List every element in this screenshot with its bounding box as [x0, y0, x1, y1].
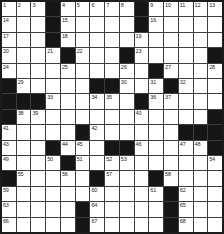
cell-r5c5[interactable]: 25	[61, 64, 75, 78]
clue-number-15: 15	[62, 17, 68, 23]
cell-r7c7[interactable]: 34	[90, 94, 104, 108]
cell-r8c14[interactable]	[194, 110, 208, 124]
cell-r11c6[interactable]: 51	[76, 156, 90, 170]
cell-r6c2[interactable]: 29	[17, 79, 31, 93]
cell-r11c2[interactable]	[17, 156, 31, 170]
cell-r11c12[interactable]	[164, 156, 178, 170]
cell-r11c10[interactable]	[135, 156, 149, 170]
cell-r13c14[interactable]	[194, 187, 208, 201]
black-cell-r2c4	[46, 17, 60, 31]
cell-r13c5[interactable]	[61, 187, 75, 201]
clue-number-40: 40	[136, 110, 142, 116]
black-cell-r14c6	[76, 202, 90, 216]
black-cell-r15c6	[76, 218, 90, 232]
clue-number-53: 53	[121, 156, 127, 162]
cell-r4c13[interactable]	[179, 48, 193, 62]
cell-r12c9[interactable]	[120, 171, 134, 185]
cell-r4c2[interactable]	[17, 48, 31, 62]
cell-r1c14[interactable]: 12	[194, 2, 208, 16]
clue-number-21: 21	[47, 48, 53, 54]
cell-r7c6[interactable]	[76, 94, 90, 108]
cell-r10c1[interactable]: 43	[2, 141, 16, 155]
clue-number-54: 54	[209, 156, 215, 162]
cell-r15c2[interactable]	[17, 218, 31, 232]
cell-r8c12[interactable]	[164, 110, 178, 124]
clue-number-12: 12	[195, 2, 201, 8]
cell-r5c14[interactable]	[194, 64, 208, 78]
cell-r5c4[interactable]	[46, 64, 60, 78]
clue-number-65: 65	[180, 202, 186, 208]
clue-number-17: 17	[3, 33, 9, 39]
cell-r8c3[interactable]: 39	[31, 110, 45, 124]
black-cell-r14c12	[164, 202, 178, 216]
cell-r15c11[interactable]	[149, 218, 163, 232]
cell-r11c11[interactable]	[149, 156, 163, 170]
clue-number-27: 27	[165, 64, 171, 70]
cell-r12c6[interactable]	[76, 171, 90, 185]
cell-r5c6[interactable]	[76, 64, 90, 78]
cell-r13c15[interactable]	[208, 187, 222, 201]
cell-r2c9[interactable]	[120, 17, 134, 31]
cell-r3c2[interactable]	[17, 33, 31, 47]
clue-number-1: 1	[3, 2, 6, 8]
cell-r13c13[interactable]: 62	[179, 187, 193, 201]
black-cell-r4c9	[120, 48, 134, 62]
cell-r13c2[interactable]	[17, 187, 31, 201]
cell-r7c13[interactable]	[179, 94, 193, 108]
cell-r13c11[interactable]: 61	[149, 187, 163, 201]
cell-r4c6[interactable]: 22	[76, 48, 90, 62]
cell-r3c11[interactable]	[149, 33, 163, 47]
cell-r12c8[interactable]: 57	[105, 171, 119, 185]
cell-r1c8[interactable]: 7	[105, 2, 119, 16]
cell-r1c13[interactable]: 11	[179, 2, 193, 16]
cell-r14c5[interactable]	[61, 202, 75, 216]
cell-r12c10[interactable]	[135, 171, 149, 185]
cell-r2c6[interactable]	[76, 17, 90, 31]
clue-number-48: 48	[195, 141, 201, 147]
clue-number-63: 63	[3, 202, 9, 208]
black-cell-r9c15	[208, 125, 222, 139]
clue-number-28: 28	[209, 64, 215, 70]
clue-number-64: 64	[91, 202, 97, 208]
black-cell-r12c7	[90, 171, 104, 185]
clue-number-46: 46	[136, 141, 142, 147]
cell-r13c3[interactable]	[31, 187, 45, 201]
cell-r8c7[interactable]	[90, 110, 104, 124]
cell-r3c7[interactable]	[90, 33, 104, 47]
clue-number-23: 23	[136, 48, 142, 54]
black-cell-r12c11	[149, 171, 163, 185]
cell-r7c14[interactable]	[194, 94, 208, 108]
cell-r12c14[interactable]	[194, 171, 208, 185]
cell-r7c8[interactable]: 35	[105, 94, 119, 108]
cell-r1c1[interactable]: 1	[2, 2, 16, 16]
cell-r7c4[interactable]: 33	[46, 94, 60, 108]
cell-r8c4[interactable]	[46, 110, 60, 124]
clue-number-32: 32	[180, 79, 186, 85]
clue-number-11: 11	[180, 2, 185, 8]
cell-r14c4[interactable]	[46, 202, 60, 216]
clue-number-47: 47	[180, 141, 186, 147]
clue-number-57: 57	[106, 171, 112, 177]
cell-r12c13[interactable]	[179, 171, 193, 185]
cell-r12c12[interactable]: 58	[164, 171, 178, 185]
clue-number-10: 10	[165, 2, 171, 8]
clue-number-44: 44	[62, 141, 68, 147]
cell-r15c1[interactable]: 66	[2, 218, 16, 232]
cell-r8c8[interactable]	[105, 110, 119, 124]
cell-r12c15[interactable]	[208, 171, 222, 185]
cell-r14c2[interactable]	[17, 202, 31, 216]
cell-r10c5[interactable]: 44	[61, 141, 75, 155]
cell-r4c1[interactable]: 20	[2, 48, 16, 62]
clue-number-26: 26	[121, 64, 127, 70]
cell-r12c4[interactable]	[46, 171, 60, 185]
cell-r10c2[interactable]	[17, 141, 31, 155]
cell-r9c4[interactable]	[46, 125, 60, 139]
cell-r6c14[interactable]	[194, 79, 208, 93]
cell-r2c15[interactable]	[208, 17, 222, 31]
clue-number-66: 66	[3, 218, 9, 224]
cell-r10c11[interactable]	[149, 141, 163, 155]
cell-r10c6[interactable]: 45	[76, 141, 90, 155]
cell-r15c3[interactable]	[31, 218, 45, 232]
cell-r5c10[interactable]	[135, 64, 149, 78]
cell-r8c2[interactable]: 38	[17, 110, 31, 124]
cell-r10c7[interactable]	[90, 141, 104, 155]
cell-r13c10[interactable]	[135, 187, 149, 201]
cell-r1c2[interactable]: 2	[17, 2, 31, 16]
cell-r7c9[interactable]	[120, 94, 134, 108]
cell-r7c11[interactable]: 36	[149, 94, 163, 108]
cell-r15c9[interactable]	[120, 218, 134, 232]
cell-r1c11[interactable]: 9	[149, 2, 163, 16]
cell-r4c7[interactable]	[90, 48, 104, 62]
cell-r1c5[interactable]: 4	[61, 2, 75, 16]
black-cell-r9c14	[194, 125, 208, 139]
black-cell-r8c1	[2, 110, 16, 124]
cell-r11c3[interactable]	[31, 156, 45, 170]
black-cell-r6c8	[105, 79, 119, 93]
clue-number-62: 62	[180, 187, 186, 193]
clue-number-22: 22	[77, 48, 83, 54]
cell-r5c15[interactable]: 28	[208, 64, 222, 78]
cell-r15c4[interactable]	[46, 218, 60, 232]
cell-r3c12[interactable]	[164, 33, 178, 47]
black-cell-r7c1	[2, 94, 16, 108]
clue-number-39: 39	[32, 110, 38, 116]
clue-number-4: 4	[62, 2, 65, 8]
clue-number-24: 24	[3, 64, 9, 70]
clue-number-36: 36	[150, 94, 156, 100]
cell-r6c15[interactable]	[208, 79, 222, 93]
cell-r9c8[interactable]	[105, 125, 119, 139]
black-cell-r10c8	[105, 141, 119, 155]
cell-r3c9[interactable]	[120, 33, 134, 47]
clue-number-38: 38	[18, 110, 24, 116]
clue-number-30: 30	[121, 79, 127, 85]
clue-number-5: 5	[77, 2, 80, 8]
black-cell-r4c15	[208, 48, 222, 62]
cell-r15c7[interactable]: 67	[90, 218, 104, 232]
cell-r14c10[interactable]	[135, 202, 149, 216]
black-cell-r10c4	[46, 141, 60, 155]
clue-number-16: 16	[150, 17, 156, 23]
cell-r14c14[interactable]	[194, 202, 208, 216]
cell-r2c12[interactable]	[164, 17, 178, 31]
clue-number-42: 42	[91, 125, 97, 131]
cell-r2c8[interactable]	[105, 17, 119, 31]
crossword-grid: 1234567891011121314151617181920212223242…	[0, 0, 224, 234]
clue-number-20: 20	[3, 48, 9, 54]
cell-r13c4[interactable]	[46, 187, 60, 201]
clue-number-34: 34	[91, 94, 97, 100]
black-cell-r7c3	[31, 94, 45, 108]
cell-r4c10[interactable]: 23	[135, 48, 149, 62]
clue-number-13: 13	[209, 2, 215, 8]
clue-number-58: 58	[165, 171, 171, 177]
clue-number-33: 33	[47, 94, 53, 100]
cell-r3c8[interactable]	[105, 33, 119, 47]
cell-r4c4[interactable]: 21	[46, 48, 60, 62]
black-cell-r1c10	[135, 2, 149, 16]
cell-r13c8[interactable]	[105, 187, 119, 201]
cell-r5c13[interactable]	[179, 64, 193, 78]
crossword-board: 1234567891011121314151617181920212223242…	[0, 0, 224, 234]
cell-r5c8[interactable]	[105, 64, 119, 78]
cell-r1c12[interactable]: 10	[164, 2, 178, 16]
cell-r7c5[interactable]	[61, 94, 75, 108]
cell-r15c8[interactable]	[105, 218, 119, 232]
cell-r1c6[interactable]: 5	[76, 2, 90, 16]
black-cell-r9c13	[179, 125, 193, 139]
black-cell-r6c7	[90, 79, 104, 93]
cell-r2c5[interactable]: 15	[61, 17, 75, 31]
cell-r10c3[interactable]	[31, 141, 45, 155]
clue-number-37: 37	[165, 94, 171, 100]
cell-r9c9[interactable]	[120, 125, 134, 139]
cell-r2c2[interactable]	[17, 17, 31, 31]
cell-r8c6[interactable]	[76, 110, 90, 124]
cell-r14c3[interactable]	[31, 202, 45, 216]
cell-r13c6[interactable]	[76, 187, 90, 201]
cell-r3c1[interactable]: 17	[2, 33, 16, 47]
cell-r6c13[interactable]: 32	[179, 79, 193, 93]
cell-r3c14[interactable]	[194, 33, 208, 47]
cell-r11c14[interactable]	[194, 156, 208, 170]
cell-r4c14[interactable]	[194, 48, 208, 62]
cell-r14c9[interactable]	[120, 202, 134, 216]
clue-number-14: 14	[3, 17, 9, 23]
black-cell-r6c1	[2, 79, 16, 93]
cell-r5c7[interactable]	[90, 64, 104, 78]
cell-r14c15[interactable]	[208, 202, 222, 216]
cell-r6c6[interactable]	[76, 79, 90, 93]
cell-r11c8[interactable]: 52	[105, 156, 119, 170]
cell-r8c5[interactable]	[61, 110, 75, 124]
cell-r2c3[interactable]	[31, 17, 45, 31]
cell-r6c5[interactable]	[61, 79, 75, 93]
cell-r13c1[interactable]: 59	[2, 187, 16, 201]
cell-r5c2[interactable]	[17, 64, 31, 78]
black-cell-r10c9	[120, 141, 134, 155]
clue-number-3: 3	[32, 2, 35, 8]
cell-r6c4[interactable]	[46, 79, 60, 93]
cell-r4c11[interactable]	[149, 48, 163, 62]
cell-r1c9[interactable]: 8	[120, 2, 134, 16]
cell-r9c5[interactable]	[61, 125, 75, 139]
cell-r3c6[interactable]	[76, 33, 90, 47]
black-cell-r1c4	[46, 2, 60, 16]
cell-r15c14[interactable]	[194, 218, 208, 232]
black-cell-r6c12	[164, 79, 178, 93]
cell-r15c13[interactable]: 68	[179, 218, 193, 232]
black-cell-r5c11	[149, 64, 163, 78]
cell-r9c10[interactable]	[135, 125, 149, 139]
black-cell-r10c15	[208, 141, 222, 155]
cell-r11c4[interactable]: 50	[46, 156, 60, 170]
clue-number-52: 52	[106, 156, 112, 162]
cell-r1c15[interactable]: 13	[208, 2, 222, 16]
black-cell-r4c5	[61, 48, 75, 62]
cell-r8c13[interactable]	[179, 110, 193, 124]
cell-r4c12[interactable]	[164, 48, 178, 62]
cell-r10c10[interactable]: 46	[135, 141, 149, 155]
clue-number-60: 60	[91, 187, 97, 193]
cell-r3c5[interactable]: 18	[61, 33, 75, 47]
cell-r3c3[interactable]	[31, 33, 45, 47]
clue-number-49: 49	[3, 156, 9, 162]
cell-r10c14[interactable]: 48	[194, 141, 208, 155]
clue-number-45: 45	[77, 141, 83, 147]
cell-r10c12[interactable]	[164, 141, 178, 155]
cell-r11c13[interactable]	[179, 156, 193, 170]
cell-r2c11[interactable]: 16	[149, 17, 163, 31]
clue-number-7: 7	[106, 2, 109, 8]
clue-number-6: 6	[91, 2, 94, 8]
cell-r1c3[interactable]: 3	[31, 2, 45, 16]
cell-r9c3[interactable]	[31, 125, 45, 139]
cell-r2c1[interactable]: 14	[2, 17, 16, 31]
cell-r2c13[interactable]	[179, 17, 193, 31]
clue-number-59: 59	[3, 187, 9, 193]
cell-r2c7[interactable]	[90, 17, 104, 31]
cell-r12c2[interactable]: 55	[17, 171, 31, 185]
cell-r5c12[interactable]: 27	[164, 64, 178, 78]
cell-r10c13[interactable]: 47	[179, 141, 193, 155]
black-cell-r11c5	[61, 156, 75, 170]
cell-r11c9[interactable]: 53	[120, 156, 134, 170]
cell-r5c3[interactable]	[31, 64, 45, 78]
cell-r13c7[interactable]: 60	[90, 187, 104, 201]
cell-r15c5[interactable]	[61, 218, 75, 232]
clue-number-2: 2	[18, 2, 21, 8]
clue-number-9: 9	[150, 2, 153, 8]
black-cell-r7c2	[17, 94, 31, 108]
clue-number-67: 67	[91, 218, 97, 224]
cell-r3c13[interactable]	[179, 33, 193, 47]
cell-r11c1[interactable]: 49	[2, 156, 16, 170]
cell-r7c12[interactable]: 37	[164, 94, 178, 108]
clue-number-51: 51	[77, 156, 83, 162]
cell-r3c10[interactable]: 19	[135, 33, 149, 47]
cell-r14c1[interactable]: 63	[2, 202, 16, 216]
cell-r13c9[interactable]	[120, 187, 134, 201]
cell-r11c7[interactable]	[90, 156, 104, 170]
cell-r3c15[interactable]	[208, 33, 222, 47]
cell-r12c5[interactable]: 56	[61, 171, 75, 185]
clue-number-50: 50	[47, 156, 53, 162]
cell-r14c13[interactable]: 65	[179, 202, 193, 216]
cell-r15c10[interactable]	[135, 218, 149, 232]
cell-r6c3[interactable]	[31, 79, 45, 93]
cell-r8c9[interactable]	[120, 110, 134, 124]
cell-r14c11[interactable]	[149, 202, 163, 216]
cell-r14c7[interactable]: 64	[90, 202, 104, 216]
clue-number-55: 55	[18, 171, 24, 177]
black-cell-r3c4	[46, 33, 60, 47]
clue-number-19: 19	[136, 33, 142, 39]
black-cell-r13c12	[164, 187, 178, 201]
black-cell-r8c15	[208, 110, 222, 124]
cell-r12c3[interactable]	[31, 171, 45, 185]
cell-r14c8[interactable]	[105, 202, 119, 216]
cell-r9c12[interactable]	[164, 125, 178, 139]
cell-r9c7[interactable]: 42	[90, 125, 104, 139]
clue-number-31: 31	[150, 79, 156, 85]
cell-r4c8[interactable]	[105, 48, 119, 62]
black-cell-r12c1	[2, 171, 16, 185]
clue-number-25: 25	[62, 64, 68, 70]
cell-r5c1[interactable]: 24	[2, 64, 16, 78]
clue-number-29: 29	[18, 79, 24, 85]
cell-r5c9[interactable]: 26	[120, 64, 134, 78]
cell-r2c14[interactable]	[194, 17, 208, 31]
clue-number-56: 56	[62, 171, 68, 177]
cell-r6c10[interactable]	[135, 79, 149, 93]
cell-r9c1[interactable]: 41	[2, 125, 16, 139]
clue-number-43: 43	[3, 141, 9, 147]
cell-r15c15[interactable]	[208, 218, 222, 232]
cell-r9c11[interactable]	[149, 125, 163, 139]
cell-r7c15[interactable]	[208, 94, 222, 108]
clue-number-18: 18	[62, 33, 68, 39]
cell-r8c10[interactable]: 40	[135, 110, 149, 124]
cell-r8c11[interactable]	[149, 110, 163, 124]
clue-number-61: 61	[150, 187, 156, 193]
cell-r4c3[interactable]	[31, 48, 45, 62]
clue-number-41: 41	[3, 125, 9, 131]
black-cell-r2c10	[135, 17, 149, 31]
cell-r11c15[interactable]: 54	[208, 156, 222, 170]
black-cell-r15c12	[164, 218, 178, 232]
clue-number-35: 35	[106, 94, 112, 100]
clue-number-8: 8	[121, 2, 124, 8]
cell-r9c2[interactable]	[17, 125, 31, 139]
cell-r6c11[interactable]: 31	[149, 79, 163, 93]
cell-r6c9[interactable]: 30	[120, 79, 134, 93]
black-cell-r7c10	[135, 94, 149, 108]
black-cell-r9c6	[76, 125, 90, 139]
clue-number-68: 68	[180, 218, 186, 224]
cell-r1c7[interactable]: 6	[90, 2, 104, 16]
